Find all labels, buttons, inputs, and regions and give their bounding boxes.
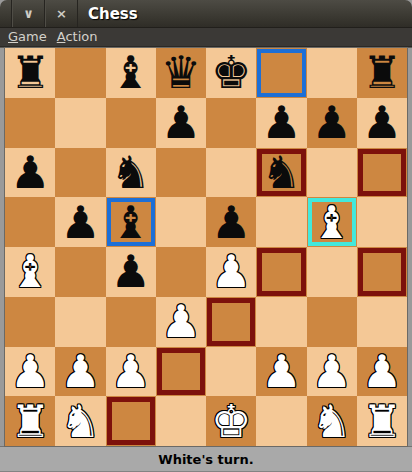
square-a5[interactable] (5, 197, 55, 247)
menu-action-rest: ction (65, 29, 97, 44)
white-pawn: ♟ (55, 347, 105, 397)
square-d4[interactable] (156, 247, 206, 297)
black-rook: ♜ (5, 48, 55, 98)
square-g5[interactable]: ♝ (307, 197, 357, 247)
square-c8[interactable]: ♝ (106, 48, 156, 98)
menu-game-rest: ame (18, 29, 47, 44)
square-h5[interactable] (357, 197, 407, 247)
white-king: ♚ (206, 396, 256, 446)
black-knight: ♞ (256, 148, 306, 198)
black-bishop: ♝ (106, 48, 156, 98)
maroon-highlight (257, 248, 305, 296)
square-c5[interactable]: ♝ (106, 197, 156, 247)
square-h1[interactable]: ♜ (357, 396, 407, 446)
close-button[interactable]: × (45, 0, 78, 27)
square-g2[interactable]: ♟ (307, 347, 357, 397)
square-e7[interactable] (206, 98, 256, 148)
white-bishop: ♝ (307, 197, 357, 247)
square-d3[interactable]: ♟ (156, 297, 206, 347)
maroon-highlight (358, 149, 406, 197)
white-pawn: ♟ (307, 347, 357, 397)
square-e5[interactable]: ♟ (206, 197, 256, 247)
white-pawn: ♟ (5, 347, 55, 397)
square-d6[interactable] (156, 148, 206, 198)
square-f5[interactable] (256, 197, 306, 247)
square-a3[interactable] (5, 297, 55, 347)
square-g1[interactable]: ♞ (307, 396, 357, 446)
square-e6[interactable] (206, 148, 256, 198)
square-e4[interactable]: ♟ (206, 247, 256, 297)
square-h4[interactable] (357, 247, 407, 297)
maroon-highlight (107, 397, 155, 445)
blue-highlight (257, 49, 305, 97)
chess-window: ∨ × Chess Game Action ♜♝♛♚♜♟♟♟♟♟♞♞♟♝♟♝♝♟… (0, 0, 412, 472)
menu-action[interactable]: Action (57, 28, 98, 46)
square-b5[interactable]: ♟ (55, 197, 105, 247)
square-f4[interactable] (256, 247, 306, 297)
square-e8[interactable]: ♚ (206, 48, 256, 98)
square-e2[interactable] (206, 347, 256, 397)
white-pawn: ♟ (206, 247, 256, 297)
square-d2[interactable] (156, 347, 206, 397)
titlebar-spacer (0, 0, 12, 27)
black-pawn: ♟ (357, 98, 407, 148)
square-c3[interactable] (106, 297, 156, 347)
black-pawn: ♟ (256, 98, 306, 148)
close-icon: × (56, 6, 67, 21)
square-e1[interactable]: ♚ (206, 396, 256, 446)
black-queen: ♛ (156, 48, 206, 98)
square-c7[interactable] (106, 98, 156, 148)
status-bar: White's turn. (0, 446, 412, 471)
square-g3[interactable] (307, 297, 357, 347)
maroon-highlight (257, 149, 305, 197)
square-e3[interactable] (206, 297, 256, 347)
maroon-highlight (157, 348, 205, 396)
maroon-highlight (358, 248, 406, 296)
white-knight: ♞ (307, 396, 357, 446)
square-f6[interactable]: ♞ (256, 148, 306, 198)
blue-highlight (107, 198, 155, 246)
maroon-highlight (207, 298, 255, 346)
black-pawn: ♟ (206, 197, 256, 247)
square-f7[interactable]: ♟ (256, 98, 306, 148)
square-b7[interactable] (55, 98, 105, 148)
square-b6[interactable] (55, 148, 105, 198)
square-f1[interactable] (256, 396, 306, 446)
square-g6[interactable] (307, 148, 357, 198)
status-text: White's turn. (158, 452, 253, 467)
square-g7[interactable]: ♟ (307, 98, 357, 148)
square-b8[interactable] (55, 48, 105, 98)
white-bishop: ♝ (5, 247, 55, 297)
square-d1[interactable] (156, 396, 206, 446)
chess-board: ♜♝♛♚♜♟♟♟♟♟♞♞♟♝♟♝♝♟♟♟♟♟♟♟♟♟♜♞♚♞♜ (5, 48, 407, 446)
square-c1[interactable] (106, 396, 156, 446)
square-a1[interactable]: ♜ (5, 396, 55, 446)
square-b2[interactable]: ♟ (55, 347, 105, 397)
black-pawn: ♟ (106, 247, 156, 297)
black-pawn: ♟ (307, 98, 357, 148)
black-knight: ♞ (106, 148, 156, 198)
square-f8[interactable] (256, 48, 306, 98)
square-h7[interactable]: ♟ (357, 98, 407, 148)
white-knight: ♞ (55, 396, 105, 446)
board-frame: ♜♝♛♚♜♟♟♟♟♟♞♞♟♝♟♝♝♟♟♟♟♟♟♟♟♟♜♞♚♞♜ (0, 47, 412, 446)
white-pawn: ♟ (156, 297, 206, 347)
white-pawn: ♟ (256, 347, 306, 397)
square-g4[interactable] (307, 247, 357, 297)
square-d8[interactable]: ♛ (156, 48, 206, 98)
white-rook: ♜ (357, 396, 407, 446)
menu-game-accel: G (8, 29, 18, 44)
shade-button[interactable]: ∨ (12, 0, 45, 27)
square-f3[interactable] (256, 297, 306, 347)
square-a2[interactable]: ♟ (5, 347, 55, 397)
cyan-highlight (308, 198, 356, 246)
square-c4[interactable]: ♟ (106, 247, 156, 297)
square-h2[interactable]: ♟ (357, 347, 407, 397)
white-rook: ♜ (5, 396, 55, 446)
square-c2[interactable]: ♟ (106, 347, 156, 397)
white-pawn: ♟ (106, 347, 156, 397)
black-pawn: ♟ (55, 197, 105, 247)
menu-game[interactable]: Game (8, 28, 47, 46)
square-a4[interactable]: ♝ (5, 247, 55, 297)
black-king: ♚ (206, 48, 256, 98)
square-a7[interactable] (5, 98, 55, 148)
square-b1[interactable]: ♞ (55, 396, 105, 446)
black-pawn: ♟ (156, 98, 206, 148)
black-bishop: ♝ (106, 197, 156, 247)
chevron-down-icon: ∨ (23, 6, 34, 21)
square-h3[interactable] (357, 297, 407, 347)
square-h8[interactable]: ♜ (357, 48, 407, 98)
titlebar: ∨ × Chess (0, 0, 412, 28)
menubar: Game Action (0, 28, 412, 47)
square-d5[interactable] (156, 197, 206, 247)
square-a8[interactable]: ♜ (5, 48, 55, 98)
black-rook: ♜ (357, 48, 407, 98)
square-b4[interactable] (55, 247, 105, 297)
square-a6[interactable]: ♟ (5, 148, 55, 198)
window-title: Chess (78, 0, 138, 27)
square-c6[interactable]: ♞ (106, 148, 156, 198)
square-b3[interactable] (55, 297, 105, 347)
black-pawn: ♟ (5, 148, 55, 198)
square-g8[interactable] (307, 48, 357, 98)
square-f2[interactable]: ♟ (256, 347, 306, 397)
square-d7[interactable]: ♟ (156, 98, 206, 148)
white-pawn: ♟ (357, 347, 407, 397)
square-h6[interactable] (357, 148, 407, 198)
